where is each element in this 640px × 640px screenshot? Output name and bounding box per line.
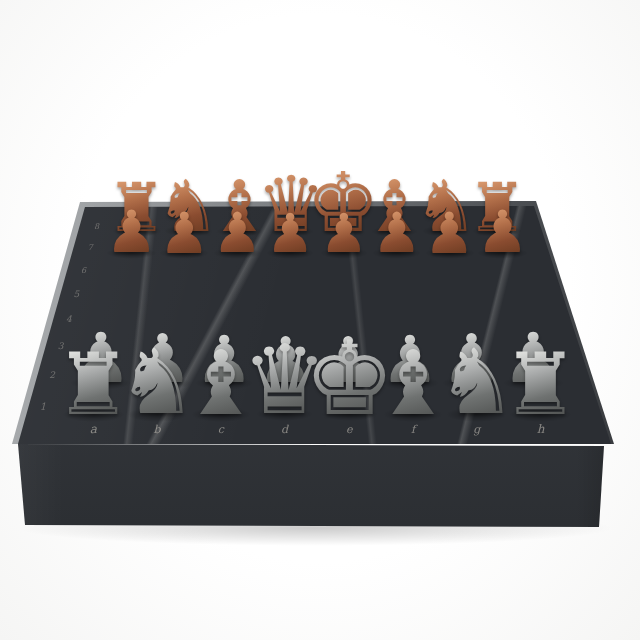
chess-set-product-photo: abcdefgh12345678 ♜♞♝♛♚♝♞♜♟♟♟♟♟♟♟♟♟♟♟♟♟♟♟…: [0, 0, 640, 640]
